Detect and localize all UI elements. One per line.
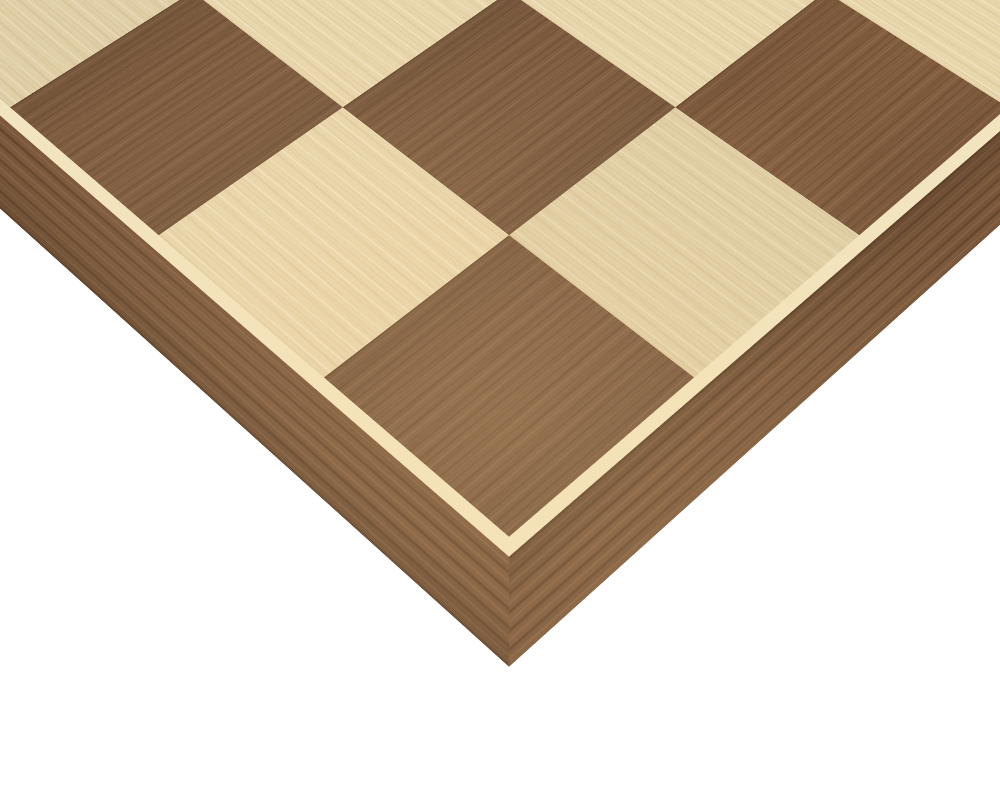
product-photo xyxy=(0,0,1000,800)
board-top-face xyxy=(0,0,1000,667)
photo-scene xyxy=(0,0,1000,800)
